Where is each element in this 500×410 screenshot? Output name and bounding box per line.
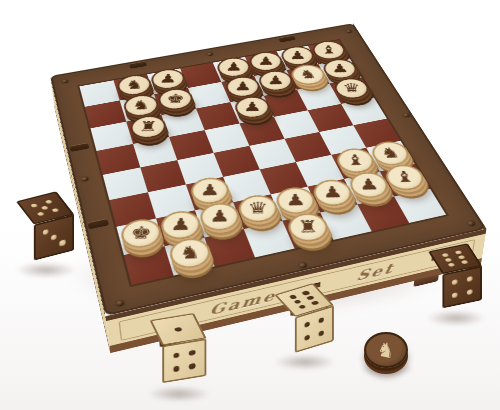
pawn-glyph: ♟ <box>200 183 221 199</box>
pawn-glyph: ♟ <box>322 185 344 201</box>
rook-glyph: ♜ <box>297 219 319 236</box>
frame-clasp <box>129 61 147 69</box>
die-shadow <box>274 354 336 370</box>
loose-disc-top: ♞ <box>364 332 408 368</box>
die-pip <box>319 330 325 337</box>
frame-clasp <box>69 143 89 152</box>
pawn-glyph: ♟ <box>257 55 275 67</box>
pawn-glyph: ♟ <box>243 101 262 114</box>
die-shadow <box>147 386 211 402</box>
engraving-game-text: Game <box>208 287 277 318</box>
die-pip <box>442 253 450 257</box>
pawn-glyph: ♟ <box>209 208 230 225</box>
die-pip <box>43 229 49 236</box>
pawn-glyph: ♟ <box>234 80 252 93</box>
bishop-glyph: ♝ <box>345 153 367 168</box>
die-pip <box>302 291 311 296</box>
frame-screw <box>403 113 411 118</box>
pawn-glyph: ♟ <box>266 74 285 86</box>
frame-screw <box>467 221 476 227</box>
dark-die-left[interactable] <box>16 227 74 260</box>
engraving-set-text: Set <box>355 259 396 283</box>
chess-board-box: ♞♟♟♟♟♝♞♚♟♟♞♟♜♟♛♟♝♞♚♟♟♛♟♟♟♝♞♜ Game Set pu… <box>55 56 481 353</box>
light-die-lower-left[interactable] <box>150 351 207 384</box>
knight-glyph: ♞ <box>375 336 398 363</box>
die-pip <box>452 292 458 298</box>
pawn-glyph: ♟ <box>285 192 307 208</box>
frame-screw <box>81 176 88 181</box>
frame-screw <box>62 79 69 83</box>
king-glyph: ♚ <box>166 93 185 106</box>
queen-glyph: ♛ <box>342 82 362 95</box>
knight-glyph: ♞ <box>125 79 144 92</box>
die-pip <box>68 216 71 225</box>
die-pip <box>30 203 38 208</box>
pawn-glyph: ♟ <box>289 50 307 62</box>
pawn-glyph: ♟ <box>170 216 192 233</box>
king-glyph: ♚ <box>130 225 153 242</box>
pawn-glyph: ♟ <box>225 61 243 73</box>
knight-glyph: ♞ <box>379 146 401 161</box>
die-shadow <box>426 310 486 326</box>
die-pip <box>466 289 472 295</box>
knight-glyph: ♞ <box>131 99 151 112</box>
knight-glyph: ♞ <box>179 244 201 262</box>
bishop-glyph: ♝ <box>320 44 339 55</box>
frame-clasp <box>87 218 109 229</box>
die-pip <box>51 208 59 213</box>
die-pip <box>51 234 57 241</box>
product-photo-scene: ♞♟♟♟♟♝♞♚♟♟♞♟♜♟♛♟♝♞♚♟♟♛♟♟♟♝♞♜ Game Set pu… <box>0 0 500 410</box>
die-pip <box>59 240 65 247</box>
die-pip <box>174 327 182 332</box>
frame-screw <box>207 52 214 56</box>
frame-screw <box>299 262 308 268</box>
die-pip <box>454 250 462 254</box>
knight-glyph: ♞ <box>299 69 318 81</box>
light-die-bottom-center[interactable] <box>274 319 334 353</box>
dark-die-right[interactable] <box>428 278 482 309</box>
frame-clasp <box>278 35 296 42</box>
pawn-glyph: ♟ <box>330 63 349 75</box>
loose-dark-knight-disc[interactable]: ♞ <box>364 332 408 372</box>
pawn-glyph: ♟ <box>159 73 178 85</box>
bishop-glyph: ♝ <box>393 170 416 186</box>
rook-glyph: ♜ <box>138 120 158 134</box>
frame-screw <box>346 29 353 33</box>
frame-screw <box>116 300 125 307</box>
die-pip <box>289 295 298 300</box>
die-pip <box>45 199 53 204</box>
die-shadow <box>15 262 77 278</box>
pawn-glyph: ♟ <box>358 177 380 193</box>
queen-glyph: ♛ <box>247 200 268 217</box>
